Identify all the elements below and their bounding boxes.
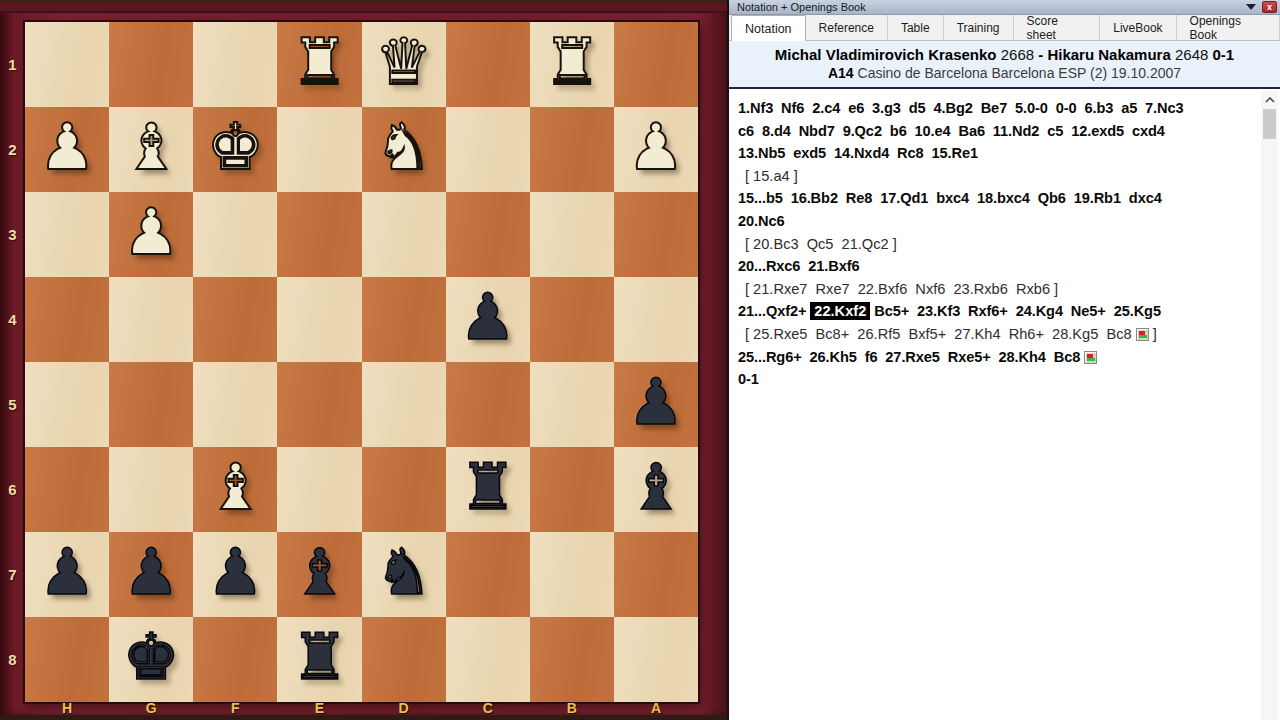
piece-black-pawn[interactable]: ♟: [459, 285, 516, 349]
rank-label-7: 7: [0, 532, 25, 617]
move-text[interactable]: [ 15.a4 ]: [745, 168, 798, 184]
rank-label-6: 6: [0, 447, 25, 532]
notation-line-10[interactable]: 21...Qxf2+ 22.Kxf2 Bc5+ 23.Kf3 Rxf6+ 24.…: [738, 300, 1263, 323]
square-b6[interactable]: [530, 447, 614, 532]
rank-label-3: 3: [0, 192, 25, 277]
square-a3[interactable]: [614, 192, 698, 277]
square-f7[interactable]: ♟: [193, 532, 277, 617]
notation-line-13[interactable]: 0-1: [738, 368, 1263, 391]
piece-white-pawn[interactable]: ♟: [123, 200, 180, 264]
close-icon[interactable]: x: [1262, 1, 1277, 13]
notation-line-5[interactable]: 15...b5 16.Bb2 Re8 17.Qd1 bxc4 18.bxc4 Q…: [738, 187, 1263, 210]
square-a8[interactable]: [614, 617, 698, 702]
square-b8[interactable]: [530, 617, 614, 702]
notation-line-2[interactable]: c6 8.d4 Nbd7 9.Qc2 b6 10.e4 Ba6 11.Nd2 c…: [738, 120, 1263, 143]
file-labels: HGFEDCBA: [25, 700, 698, 717]
move-text[interactable]: 20.Nc6: [738, 213, 784, 229]
tab-table[interactable]: Table: [888, 15, 944, 40]
titlebar-buttons: x: [1246, 1, 1277, 13]
square-g1[interactable]: [109, 22, 193, 107]
move-text[interactable]: ]: [1149, 326, 1157, 342]
rank-label-4: 4: [0, 277, 25, 362]
square-g4[interactable]: [109, 277, 193, 362]
scrollbar[interactable]: [1261, 91, 1278, 720]
square-c7[interactable]: [446, 532, 530, 617]
notation-panel: Notation + Openings Book x NotationRefer…: [727, 0, 1280, 720]
square-c3[interactable]: [446, 192, 530, 277]
notation-line-7[interactable]: [ 20.Bc3 Qc5 21.Qc2 ]: [738, 233, 1263, 256]
event-line: A14 Casino de Barcelona Barcelona ESP (2…: [729, 65, 1280, 81]
square-c6[interactable]: ♜: [446, 447, 530, 532]
square-e7[interactable]: ♝: [277, 532, 361, 617]
square-a4[interactable]: [614, 277, 698, 362]
notation-line-11[interactable]: [ 25.Rxe5 Bc8+ 26.Rf5 Bxf5+ 27.Kh4 Rh6+ …: [738, 323, 1263, 346]
piece-black-bishop[interactable]: ♝: [627, 455, 684, 519]
notation-line-4[interactable]: [ 15.a4 ]: [738, 165, 1263, 188]
square-c2[interactable]: [446, 107, 530, 192]
file-label-g: G: [109, 700, 193, 717]
piece-black-pawn[interactable]: ♟: [207, 540, 264, 604]
piece-black-pawn[interactable]: ♟: [38, 540, 95, 604]
square-h3[interactable]: [25, 192, 109, 277]
square-g6[interactable]: [109, 447, 193, 532]
notation-text[interactable]: 1.Nf3 Nf6 2.c4 e6 3.g3 d5 4.Bg2 Be7 5.0-…: [729, 91, 1263, 720]
square-c8[interactable]: [446, 617, 530, 702]
square-a5[interactable]: ♟: [614, 362, 698, 447]
file-label-f: F: [193, 700, 277, 717]
square-g8[interactable]: ♚: [109, 617, 193, 702]
square-g3[interactable]: ♟: [109, 192, 193, 277]
tab-notation[interactable]: Notation: [731, 15, 806, 41]
piece-black-rook[interactable]: ♜: [291, 625, 348, 689]
tab-openings-book[interactable]: Openings Book: [1177, 15, 1280, 40]
square-d4[interactable]: [362, 277, 446, 362]
square-h1[interactable]: [25, 22, 109, 107]
square-f2[interactable]: ♚: [193, 107, 277, 192]
square-f1[interactable]: [193, 22, 277, 107]
square-f8[interactable]: [193, 617, 277, 702]
square-d5[interactable]: [362, 362, 446, 447]
piece-black-pawn[interactable]: ♟: [627, 370, 684, 434]
move-text[interactable]: Bc5+ 23.Kf3 Rxf6+ 24.Kg4 Ne5+ 25.Kg5: [870, 303, 1161, 319]
move-text[interactable]: 13.Nb5 exd5 14.Nxd4 Rc8 15.Re1: [738, 145, 978, 161]
move-text[interactable]: 0-1: [738, 371, 759, 387]
square-h4[interactable]: [25, 277, 109, 362]
move-text[interactable]: 20...Rxc6 21.Bxf6: [738, 258, 860, 274]
move-text[interactable]: 15...b5 16.Bb2 Re8 17.Qd1 bxc4 18.bxc4 Q…: [738, 190, 1162, 206]
piece-white-king[interactable]: ♚: [207, 115, 264, 179]
square-a6[interactable]: ♝: [614, 447, 698, 532]
game-header: Michal Vladimirovich Krasenko 2668 - Hik…: [729, 41, 1280, 89]
piece-black-knight[interactable]: ♞: [375, 540, 432, 604]
square-d2[interactable]: ♞: [362, 107, 446, 192]
move-text[interactable]: [ 20.Bc3 Qc5 21.Qc2 ]: [745, 236, 897, 252]
square-g5[interactable]: [109, 362, 193, 447]
square-e2[interactable]: [277, 107, 361, 192]
move-text[interactable]: [ 25.Rxe5 Bc8+ 26.Rf5 Bxf5+ 27.Kh4 Rh6+ …: [745, 326, 1136, 342]
notation-line-12[interactable]: 25...Rg6+ 26.Kh5 f6 27.Rxe5 Rxe5+ 28.Kh4…: [738, 346, 1263, 369]
tab-bar: NotationReferenceTableTrainingScore shee…: [729, 15, 1280, 41]
current-move[interactable]: 22.Kxf2: [810, 302, 870, 320]
square-e4[interactable]: [277, 277, 361, 362]
square-b5[interactable]: [530, 362, 614, 447]
piece-white-bishop[interactable]: ♝: [207, 455, 264, 519]
square-f3[interactable]: [193, 192, 277, 277]
rank-labels: 12345678: [0, 22, 25, 702]
tab-reference[interactable]: Reference: [806, 15, 888, 40]
piece-black-rook[interactable]: ♜: [459, 455, 516, 519]
move-text[interactable]: 21...Qxf2+: [738, 303, 810, 319]
square-e6[interactable]: [277, 447, 361, 532]
square-h5[interactable]: [25, 362, 109, 447]
tab-training[interactable]: Training: [944, 15, 1014, 40]
square-d8[interactable]: [362, 617, 446, 702]
square-b2[interactable]: [530, 107, 614, 192]
scroll-up-icon[interactable]: [1261, 91, 1278, 108]
players-line: Michal Vladimirovich Krasenko 2668 - Hik…: [729, 46, 1280, 63]
square-b4[interactable]: [530, 277, 614, 362]
diagram-icon[interactable]: [1084, 351, 1097, 364]
square-f6[interactable]: ♝: [193, 447, 277, 532]
file-label-a: A: [614, 700, 698, 717]
file-label-b: B: [530, 700, 614, 717]
piece-white-rook[interactable]: ♜: [291, 30, 348, 94]
square-f4[interactable]: [193, 277, 277, 362]
panel-title: Notation + Openings Book: [729, 1, 866, 13]
square-d3[interactable]: [362, 192, 446, 277]
piece-white-queen[interactable]: ♛: [375, 30, 432, 94]
notation-line-6[interactable]: 20.Nc6: [738, 210, 1263, 233]
square-a2[interactable]: ♟: [614, 107, 698, 192]
piece-black-bishop[interactable]: ♝: [291, 540, 348, 604]
file-label-c: C: [446, 700, 530, 717]
square-d6[interactable]: [362, 447, 446, 532]
square-b1[interactable]: ♜: [530, 22, 614, 107]
scroll-thumb[interactable]: [1263, 109, 1276, 139]
rank-label-5: 5: [0, 362, 25, 447]
square-g7[interactable]: ♟: [109, 532, 193, 617]
piece-white-rook[interactable]: ♜: [543, 30, 600, 94]
piece-black-pawn[interactable]: ♟: [123, 540, 180, 604]
square-f5[interactable]: [193, 362, 277, 447]
move-text[interactable]: 25...Rg6+ 26.Kh5 f6 27.Rxe5 Rxe5+ 28.Kh4…: [738, 349, 1084, 365]
square-d7[interactable]: ♞: [362, 532, 446, 617]
piece-white-pawn[interactable]: ♟: [38, 115, 95, 179]
square-b3[interactable]: [530, 192, 614, 277]
notation-line-8[interactable]: 20...Rxc6 21.Bxf6: [738, 255, 1263, 278]
square-e5[interactable]: [277, 362, 361, 447]
square-g2[interactable]: ♝: [109, 107, 193, 192]
square-a1[interactable]: [614, 22, 698, 107]
square-a7[interactable]: [614, 532, 698, 617]
tab-score-sheet[interactable]: Score sheet: [1014, 15, 1101, 40]
square-h8[interactable]: [25, 617, 109, 702]
rank-label-8: 8: [0, 617, 25, 702]
tab-livebook[interactable]: LiveBook: [1100, 15, 1176, 40]
notation-line-3[interactable]: 13.Nb5 exd5 14.Nxd4 Rc8 15.Re1: [738, 142, 1263, 165]
file-label-h: H: [25, 700, 109, 717]
dropdown-arrow-icon[interactable]: [1246, 4, 1256, 10]
chess-board[interactable]: ♜♛♜♟♝♚♞♟♟♟♟♝♜♝♟♟♟♝♞♚♜: [25, 22, 698, 702]
notation-line-9[interactable]: [ 21.Rxe7 Rxe7 22.Bxf6 Nxf6 23.Rxb6 Rxb6…: [738, 278, 1263, 301]
file-label-e: E: [277, 700, 361, 717]
square-e1[interactable]: ♜: [277, 22, 361, 107]
piece-white-bishop[interactable]: ♝: [123, 115, 180, 179]
piece-black-king[interactable]: ♚: [123, 625, 180, 689]
square-c1[interactable]: [446, 22, 530, 107]
square-h7[interactable]: ♟: [25, 532, 109, 617]
piece-white-pawn[interactable]: ♟: [627, 115, 684, 179]
application-window: ♜♛♜♟♝♚♞♟♟♟♟♝♜♝♟♟♟♝♞♚♜ 12345678 HGFEDCBA …: [0, 0, 1280, 720]
move-text[interactable]: c6 8.d4 Nbd7 9.Qc2 b6 10.e4 Ba6 11.Nd2 c…: [738, 123, 1165, 139]
board-window: ♜♛♜♟♝♚♞♟♟♟♟♝♜♝♟♟♟♝♞♚♜ 12345678 HGFEDCBA: [0, 0, 727, 720]
square-c5[interactable]: [446, 362, 530, 447]
move-text[interactable]: 1.Nf3 Nf6 2.c4 e6 3.g3 d5 4.Bg2 Be7 5.0-…: [738, 100, 1184, 116]
move-text[interactable]: [ 21.Rxe7 Rxe7 22.Bxf6 Nxf6 23.Rxb6 Rxb6…: [745, 281, 1058, 297]
square-b7[interactable]: [530, 532, 614, 617]
file-label-d: D: [362, 700, 446, 717]
rank-label-1: 1: [0, 22, 25, 107]
diagram-icon[interactable]: [1136, 328, 1149, 341]
notation-line-1[interactable]: 1.Nf3 Nf6 2.c4 e6 3.g3 d5 4.Bg2 Be7 5.0-…: [738, 97, 1263, 120]
square-d1[interactable]: ♛: [362, 22, 446, 107]
square-e8[interactable]: ♜: [277, 617, 361, 702]
piece-white-knight[interactable]: ♞: [375, 115, 432, 179]
square-e3[interactable]: [277, 192, 361, 277]
square-c4[interactable]: ♟: [446, 277, 530, 362]
square-h6[interactable]: [25, 447, 109, 532]
square-h2[interactable]: ♟: [25, 107, 109, 192]
rank-label-2: 2: [0, 107, 25, 192]
